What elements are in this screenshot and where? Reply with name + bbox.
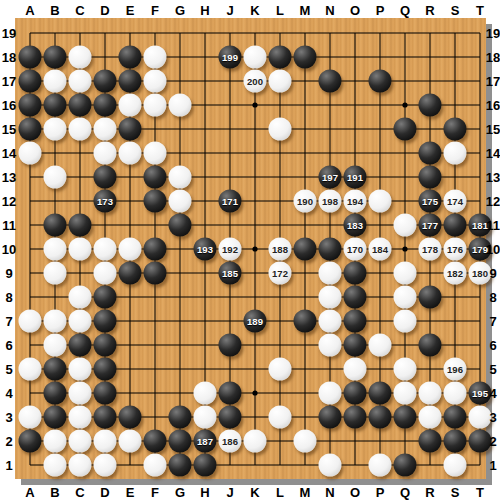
col-label-top-K: K: [250, 4, 259, 17]
stone-white-D2[interactable]: [94, 430, 117, 453]
row-label-left-15: 15: [2, 123, 16, 136]
col-label-top-Q: Q: [400, 4, 410, 17]
row-label-right-12: 12: [486, 195, 500, 208]
move-number: 189: [247, 316, 263, 326]
stone-black-C16[interactable]: [69, 94, 92, 117]
stone-white-G16[interactable]: [169, 94, 192, 117]
stone-white-S1[interactable]: [444, 454, 467, 477]
stone-black-C6[interactable]: [69, 334, 92, 357]
stone-white-S4[interactable]: [444, 382, 467, 405]
stone-black-D4[interactable]: [94, 382, 117, 405]
stone-black-D17[interactable]: [94, 70, 117, 93]
stone-black-J3[interactable]: [219, 406, 242, 429]
row-label-right-11: 11: [486, 219, 500, 232]
stone-white-E2[interactable]: [119, 430, 142, 453]
move-number: 173: [97, 196, 113, 206]
stone-white-C7[interactable]: [69, 310, 92, 333]
stone-white-D14[interactable]: [94, 142, 117, 165]
row-label-right-15: 15: [486, 123, 500, 136]
stone-white-O10[interactable]: 170: [344, 238, 367, 261]
stone-white-G12[interactable]: [169, 190, 192, 213]
stone-white-B1[interactable]: [44, 454, 67, 477]
stone-black-J6[interactable]: [219, 334, 242, 357]
stone-white-R4[interactable]: [419, 382, 442, 405]
stone-white-N6[interactable]: [319, 334, 342, 357]
stone-black-H10[interactable]: 193: [194, 238, 217, 261]
stone-black-Q3[interactable]: [394, 406, 417, 429]
star-point-K4: [252, 390, 257, 395]
col-label-bottom-F: F: [151, 486, 159, 499]
stone-white-J2[interactable]: 186: [219, 430, 242, 453]
stone-black-K7[interactable]: 189: [244, 310, 267, 333]
stone-white-F1[interactable]: [144, 454, 167, 477]
move-number: 193: [197, 244, 213, 254]
stone-white-Q8[interactable]: [394, 286, 417, 309]
row-label-right-7: 7: [489, 315, 496, 328]
stone-black-O7[interactable]: [344, 310, 367, 333]
move-number: 197: [322, 172, 338, 182]
stone-white-S12[interactable]: 174: [444, 190, 467, 213]
move-number: 200: [247, 76, 263, 86]
stone-white-T9[interactable]: 180: [469, 262, 492, 285]
stone-white-E10[interactable]: [119, 238, 142, 261]
row-label-right-17: 17: [486, 75, 500, 88]
stone-black-L18[interactable]: [269, 46, 292, 69]
move-number: 185: [222, 268, 238, 278]
col-label-top-J: J: [226, 4, 233, 17]
stone-white-N4[interactable]: [319, 382, 342, 405]
go-board[interactable]: 1992001971911731711901981941751741831771…: [15, 18, 486, 479]
row-label-left-18: 18: [2, 51, 16, 64]
stone-white-B13[interactable]: [44, 166, 67, 189]
stone-black-J18[interactable]: 199: [219, 46, 242, 69]
stone-white-M2[interactable]: [294, 430, 317, 453]
col-label-bottom-M: M: [300, 486, 311, 499]
stone-white-B6[interactable]: [44, 334, 67, 357]
col-label-bottom-K: K: [250, 486, 259, 499]
move-number: 188: [272, 244, 288, 254]
move-number: 191: [347, 172, 363, 182]
stone-black-C11[interactable]: [69, 214, 92, 237]
row-label-right-16: 16: [486, 99, 500, 112]
stone-white-O5[interactable]: [344, 358, 367, 381]
row-label-left-17: 17: [2, 75, 16, 88]
stone-black-N3[interactable]: [319, 406, 342, 429]
stone-black-D8[interactable]: [94, 286, 117, 309]
row-label-left-10: 10: [2, 243, 16, 256]
stone-black-P3[interactable]: [369, 406, 392, 429]
stone-white-F14[interactable]: [144, 142, 167, 165]
stone-white-C3[interactable]: [69, 406, 92, 429]
stone-white-Q7[interactable]: [394, 310, 417, 333]
move-number: 178: [422, 244, 438, 254]
stone-white-K17[interactable]: 200: [244, 70, 267, 93]
stone-black-D7[interactable]: [94, 310, 117, 333]
stone-white-S14[interactable]: [444, 142, 467, 165]
stone-white-A3[interactable]: [19, 406, 42, 429]
col-label-top-R: R: [425, 4, 434, 17]
row-label-left-2: 2: [5, 435, 12, 448]
move-number: 184: [372, 244, 388, 254]
stone-black-S11[interactable]: [444, 214, 467, 237]
row-label-right-2: 2: [489, 435, 496, 448]
stone-white-L5[interactable]: [269, 358, 292, 381]
stone-white-Q4[interactable]: [394, 382, 417, 405]
row-label-right-3: 3: [489, 411, 496, 424]
stone-black-E15[interactable]: [119, 118, 142, 141]
stone-white-L9[interactable]: 172: [269, 262, 292, 285]
stone-white-C1[interactable]: [69, 454, 92, 477]
stone-white-N8[interactable]: [319, 286, 342, 309]
stone-white-A7[interactable]: [19, 310, 42, 333]
stone-black-R14[interactable]: [419, 142, 442, 165]
stone-black-M18[interactable]: [294, 46, 317, 69]
row-label-left-19: 19: [2, 27, 16, 40]
stone-white-S9[interactable]: 182: [444, 262, 467, 285]
move-number: 172: [272, 268, 288, 278]
col-label-bottom-G: G: [175, 486, 185, 499]
stone-black-M10[interactable]: [294, 238, 317, 261]
row-label-right-19: 19: [486, 27, 500, 40]
stone-black-O11[interactable]: 183: [344, 214, 367, 237]
stone-white-C17[interactable]: [69, 70, 92, 93]
stone-white-Q9[interactable]: [394, 262, 417, 285]
move-number: 171: [222, 196, 238, 206]
move-number: 175: [422, 196, 438, 206]
stone-black-B4[interactable]: [44, 382, 67, 405]
stone-black-A2[interactable]: [19, 430, 42, 453]
move-number: 195: [472, 388, 488, 398]
stone-black-R13[interactable]: [419, 166, 442, 189]
stone-white-B7[interactable]: [44, 310, 67, 333]
stone-white-B2[interactable]: [44, 430, 67, 453]
col-label-top-A: A: [25, 4, 34, 17]
row-label-left-13: 13: [2, 171, 16, 184]
col-label-bottom-J: J: [226, 486, 233, 499]
stone-black-G1[interactable]: [169, 454, 192, 477]
col-label-top-G: G: [175, 4, 185, 17]
stone-black-O9[interactable]: [344, 262, 367, 285]
stone-white-Q5[interactable]: [394, 358, 417, 381]
move-number: 180: [472, 268, 488, 278]
stone-black-E9[interactable]: [119, 262, 142, 285]
stone-white-C15[interactable]: [69, 118, 92, 141]
stone-black-D12[interactable]: 173: [94, 190, 117, 213]
stone-white-C2[interactable]: [69, 430, 92, 453]
col-label-top-M: M: [300, 4, 311, 17]
col-label-bottom-Q: Q: [400, 486, 410, 499]
star-point-Q10: [402, 246, 407, 251]
move-number: 170: [347, 244, 363, 254]
stone-black-Q15[interactable]: [394, 118, 417, 141]
stone-white-R10[interactable]: 178: [419, 238, 442, 261]
row-label-left-3: 3: [5, 411, 12, 424]
col-label-top-T: T: [476, 4, 484, 17]
stone-white-L10[interactable]: 188: [269, 238, 292, 261]
stone-white-H3[interactable]: [194, 406, 217, 429]
row-label-right-18: 18: [486, 51, 500, 64]
star-point-K16: [252, 102, 257, 107]
stone-white-B10[interactable]: [44, 238, 67, 261]
stone-black-S3[interactable]: [444, 406, 467, 429]
stone-white-F16[interactable]: [144, 94, 167, 117]
col-label-top-F: F: [151, 4, 159, 17]
col-label-bottom-B: B: [50, 486, 59, 499]
stone-black-B3[interactable]: [44, 406, 67, 429]
move-number: 182: [447, 268, 463, 278]
stone-white-C10[interactable]: [69, 238, 92, 261]
row-label-right-14: 14: [486, 147, 500, 160]
stone-white-C8[interactable]: [69, 286, 92, 309]
stone-black-Q1[interactable]: [394, 454, 417, 477]
stone-white-R3[interactable]: [419, 406, 442, 429]
stone-white-D10[interactable]: [94, 238, 117, 261]
stone-white-N9[interactable]: [319, 262, 342, 285]
row-label-left-9: 9: [5, 267, 12, 280]
stone-black-F13[interactable]: [144, 166, 167, 189]
stone-black-F2[interactable]: [144, 430, 167, 453]
row-label-left-12: 12: [2, 195, 16, 208]
col-label-top-L: L: [276, 4, 284, 17]
col-label-top-S: S: [451, 4, 460, 17]
col-label-top-P: P: [376, 4, 385, 17]
stone-black-R6[interactable]: [419, 334, 442, 357]
stone-white-N12[interactable]: 198: [319, 190, 342, 213]
row-label-left-16: 16: [2, 99, 16, 112]
stone-black-G11[interactable]: [169, 214, 192, 237]
stone-white-E16[interactable]: [119, 94, 142, 117]
row-label-right-1: 1: [489, 459, 496, 472]
col-label-top-C: C: [75, 4, 84, 17]
stone-black-R11[interactable]: 177: [419, 214, 442, 237]
stone-black-D16[interactable]: [94, 94, 117, 117]
col-label-top-N: N: [325, 4, 334, 17]
stone-white-B9[interactable]: [44, 262, 67, 285]
move-number: 177: [422, 220, 438, 230]
stone-black-J9[interactable]: 185: [219, 262, 242, 285]
stone-white-N7[interactable]: [319, 310, 342, 333]
stone-black-T2[interactable]: [469, 430, 492, 453]
stone-white-S5[interactable]: 196: [444, 358, 467, 381]
stone-black-R2[interactable]: [419, 430, 442, 453]
stone-black-T4[interactable]: 195: [469, 382, 492, 405]
row-label-right-9: 9: [489, 267, 496, 280]
stone-black-H1[interactable]: [194, 454, 217, 477]
stone-white-F18[interactable]: [144, 46, 167, 69]
go-game-screenshot: 1992001971911731711901981941751741831771…: [0, 0, 500, 500]
stone-black-P17[interactable]: [369, 70, 392, 93]
stone-white-C4[interactable]: [69, 382, 92, 405]
col-label-bottom-O: O: [350, 486, 360, 499]
stone-white-M12[interactable]: 190: [294, 190, 317, 213]
stone-black-O4[interactable]: [344, 382, 367, 405]
stone-white-P10[interactable]: 184: [369, 238, 392, 261]
stone-black-F10[interactable]: [144, 238, 167, 261]
row-label-right-6: 6: [489, 339, 496, 352]
row-label-left-1: 1: [5, 459, 12, 472]
col-label-bottom-A: A: [25, 486, 34, 499]
stone-white-L3[interactable]: [269, 406, 292, 429]
col-label-bottom-N: N: [325, 486, 334, 499]
row-label-left-5: 5: [5, 363, 12, 376]
stone-white-K2[interactable]: [244, 430, 267, 453]
stone-white-T3[interactable]: [469, 406, 492, 429]
stone-white-C18[interactable]: [69, 46, 92, 69]
stone-black-B11[interactable]: [44, 214, 67, 237]
row-label-left-14: 14: [2, 147, 16, 160]
col-label-bottom-E: E: [126, 486, 135, 499]
stone-black-E17[interactable]: [119, 70, 142, 93]
stone-white-K18[interactable]: [244, 46, 267, 69]
row-label-right-5: 5: [489, 363, 496, 376]
row-label-left-7: 7: [5, 315, 12, 328]
col-label-bottom-R: R: [425, 486, 434, 499]
stone-black-O6[interactable]: [344, 334, 367, 357]
stone-white-P12[interactable]: [369, 190, 392, 213]
stone-white-C5[interactable]: [69, 358, 92, 381]
stone-black-N17[interactable]: [319, 70, 342, 93]
row-label-right-4: 4: [489, 387, 496, 400]
stone-white-P1[interactable]: [369, 454, 392, 477]
row-label-right-8: 8: [489, 291, 496, 304]
stone-white-H4[interactable]: [194, 382, 217, 405]
stone-white-L17[interactable]: [269, 70, 292, 93]
stone-white-S10[interactable]: 176: [444, 238, 467, 261]
move-number: 192: [222, 244, 238, 254]
star-point-K10: [252, 246, 257, 251]
star-point-Q16: [402, 102, 407, 107]
move-number: 194: [347, 196, 363, 206]
stone-white-P6[interactable]: [369, 334, 392, 357]
stone-black-E18[interactable]: [119, 46, 142, 69]
stone-white-G13[interactable]: [169, 166, 192, 189]
stone-white-A14[interactable]: [19, 142, 42, 165]
stone-black-J4[interactable]: [219, 382, 242, 405]
col-label-top-H: H: [200, 4, 209, 17]
stone-white-E14[interactable]: [119, 142, 142, 165]
move-number: 198: [322, 196, 338, 206]
col-label-top-E: E: [126, 4, 135, 17]
stone-black-M7[interactable]: [294, 310, 317, 333]
stone-white-B17[interactable]: [44, 70, 67, 93]
stone-black-P4[interactable]: [369, 382, 392, 405]
col-label-top-O: O: [350, 4, 360, 17]
col-label-bottom-S: S: [451, 486, 460, 499]
stone-white-O12[interactable]: 194: [344, 190, 367, 213]
stone-black-B16[interactable]: [44, 94, 67, 117]
stone-white-L15[interactable]: [269, 118, 292, 141]
stone-black-O13[interactable]: 191: [344, 166, 367, 189]
stone-black-G3[interactable]: [169, 406, 192, 429]
stone-white-A5[interactable]: [19, 358, 42, 381]
row-label-left-6: 6: [5, 339, 12, 352]
stone-black-A15[interactable]: [19, 118, 42, 141]
move-number: 196: [447, 364, 463, 374]
stone-white-D9[interactable]: [94, 262, 117, 285]
stone-white-B15[interactable]: [44, 118, 67, 141]
row-label-left-4: 4: [5, 387, 12, 400]
stone-white-F17[interactable]: [144, 70, 167, 93]
stone-black-A17[interactable]: [19, 70, 42, 93]
stone-black-N13[interactable]: 197: [319, 166, 342, 189]
stone-white-N1[interactable]: [319, 454, 342, 477]
stone-black-D5[interactable]: [94, 358, 117, 381]
col-label-bottom-L: L: [276, 486, 284, 499]
col-label-top-D: D: [100, 4, 109, 17]
stone-black-H2[interactable]: 187: [194, 430, 217, 453]
stone-black-G2[interactable]: [169, 430, 192, 453]
stone-black-R8[interactable]: [419, 286, 442, 309]
stone-black-R12[interactable]: 175: [419, 190, 442, 213]
row-label-left-11: 11: [2, 219, 16, 232]
stone-white-D15[interactable]: [94, 118, 117, 141]
stone-black-D6[interactable]: [94, 334, 117, 357]
stone-white-Q11[interactable]: [394, 214, 417, 237]
col-label-top-B: B: [50, 4, 59, 17]
row-label-right-13: 13: [486, 171, 500, 184]
col-label-bottom-H: H: [200, 486, 209, 499]
col-label-bottom-D: D: [100, 486, 109, 499]
stone-black-R16[interactable]: [419, 94, 442, 117]
move-number: 176: [447, 244, 463, 254]
stone-white-D1[interactable]: [94, 454, 117, 477]
stone-black-S15[interactable]: [444, 118, 467, 141]
stone-black-A16[interactable]: [19, 94, 42, 117]
stone-black-J12[interactable]: 171: [219, 190, 242, 213]
move-number: 186: [222, 436, 238, 446]
stone-black-B18[interactable]: [44, 46, 67, 69]
row-label-right-10: 10: [486, 243, 500, 256]
move-number: 183: [347, 220, 363, 230]
stone-black-A18[interactable]: [19, 46, 42, 69]
stone-black-F9[interactable]: [144, 262, 167, 285]
stone-black-E3[interactable]: [119, 406, 142, 429]
move-number: 187: [197, 436, 213, 446]
stone-black-D3[interactable]: [94, 406, 117, 429]
col-label-bottom-C: C: [75, 486, 84, 499]
col-label-bottom-T: T: [476, 486, 484, 499]
stone-black-B5[interactable]: [44, 358, 67, 381]
stone-black-O3[interactable]: [344, 406, 367, 429]
stone-black-N10[interactable]: [319, 238, 342, 261]
col-label-bottom-P: P: [376, 486, 385, 499]
stone-black-O8[interactable]: [344, 286, 367, 309]
stone-black-D13[interactable]: [94, 166, 117, 189]
move-number: 174: [447, 196, 463, 206]
move-number: 199: [222, 52, 238, 62]
stone-white-J10[interactable]: 192: [219, 238, 242, 261]
row-label-left-8: 8: [5, 291, 12, 304]
stone-black-S2[interactable]: [444, 430, 467, 453]
stone-black-F12[interactable]: [144, 190, 167, 213]
move-number: 190: [297, 196, 313, 206]
